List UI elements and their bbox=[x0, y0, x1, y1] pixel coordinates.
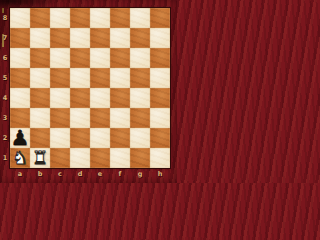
square-e4[interactable] bbox=[90, 88, 110, 108]
square-c5[interactable] bbox=[50, 68, 70, 88]
rank-label-3: 3 bbox=[0, 108, 10, 128]
square-g7[interactable] bbox=[130, 28, 150, 48]
square-b1[interactable]: ♜ bbox=[30, 148, 50, 168]
rank-label-8: 8 bbox=[0, 8, 10, 28]
rank-label-6: 6 bbox=[0, 48, 10, 68]
square-f4[interactable] bbox=[110, 88, 130, 108]
square-a8[interactable] bbox=[10, 8, 30, 28]
square-a4[interactable] bbox=[10, 88, 30, 108]
rank-label-1: 1 bbox=[0, 148, 10, 168]
square-c1[interactable] bbox=[50, 148, 70, 168]
square-b2[interactable] bbox=[30, 128, 50, 148]
file-label-g: g bbox=[130, 168, 150, 183]
square-e6[interactable] bbox=[90, 48, 110, 68]
square-d8[interactable] bbox=[70, 8, 90, 28]
board-frame: ♟♞♜ bbox=[10, 8, 170, 168]
square-c3[interactable] bbox=[50, 108, 70, 128]
chess-board: ♟♞♜ bbox=[10, 8, 170, 168]
square-h7[interactable] bbox=[150, 28, 170, 48]
square-h1[interactable] bbox=[150, 148, 170, 168]
file-label-h: h bbox=[150, 168, 170, 183]
square-g2[interactable] bbox=[130, 128, 150, 148]
square-a5[interactable] bbox=[10, 68, 30, 88]
square-a7[interactable] bbox=[10, 28, 30, 48]
rank-label-2: 2 bbox=[0, 128, 10, 148]
square-c2[interactable] bbox=[50, 128, 70, 148]
square-d4[interactable] bbox=[70, 88, 90, 108]
square-b4[interactable] bbox=[30, 88, 50, 108]
square-e1[interactable] bbox=[90, 148, 110, 168]
file-label-a: a bbox=[10, 168, 30, 183]
square-c7[interactable] bbox=[50, 28, 70, 48]
square-b5[interactable] bbox=[30, 68, 50, 88]
square-b8[interactable] bbox=[30, 8, 50, 28]
square-f5[interactable] bbox=[110, 68, 130, 88]
square-e3[interactable] bbox=[90, 108, 110, 128]
square-g4[interactable] bbox=[130, 88, 150, 108]
square-g8[interactable] bbox=[130, 8, 150, 28]
white-rook-piece[interactable]: ♜ bbox=[30, 148, 50, 168]
square-a3[interactable] bbox=[10, 108, 30, 128]
square-d3[interactable] bbox=[70, 108, 90, 128]
white-knight-piece[interactable]: ♞ bbox=[10, 148, 30, 168]
square-g3[interactable] bbox=[130, 108, 150, 128]
square-a1[interactable]: ♞ bbox=[10, 148, 30, 168]
square-b7[interactable] bbox=[30, 28, 50, 48]
rank-label-7: 7 bbox=[0, 28, 10, 48]
square-c4[interactable] bbox=[50, 88, 70, 108]
square-f6[interactable] bbox=[110, 48, 130, 68]
square-h4[interactable] bbox=[150, 88, 170, 108]
square-h3[interactable] bbox=[150, 108, 170, 128]
file-label-e: e bbox=[90, 168, 110, 183]
square-a2[interactable]: ♟ bbox=[10, 128, 30, 148]
square-f2[interactable] bbox=[110, 128, 130, 148]
square-a6[interactable] bbox=[10, 48, 30, 68]
square-f3[interactable] bbox=[110, 108, 130, 128]
square-h5[interactable] bbox=[150, 68, 170, 88]
square-d1[interactable] bbox=[70, 148, 90, 168]
file-labels: abcdefgh bbox=[10, 168, 170, 183]
square-b3[interactable] bbox=[30, 108, 50, 128]
file-label-b: b bbox=[30, 168, 50, 183]
square-e7[interactable] bbox=[90, 28, 110, 48]
rank-label-4: 4 bbox=[0, 88, 10, 108]
square-d5[interactable] bbox=[70, 68, 90, 88]
file-label-f: f bbox=[110, 168, 130, 183]
square-e2[interactable] bbox=[90, 128, 110, 148]
square-c8[interactable] bbox=[50, 8, 70, 28]
square-h6[interactable] bbox=[150, 48, 170, 68]
square-g1[interactable] bbox=[130, 148, 150, 168]
chess-app-window: { "game": "chess", "position": { "fen": … bbox=[0, 0, 177, 183]
square-g5[interactable] bbox=[130, 68, 150, 88]
square-f1[interactable] bbox=[110, 148, 130, 168]
rank-label-5: 5 bbox=[0, 68, 10, 88]
rank-labels: 87654321 bbox=[0, 8, 10, 168]
square-h2[interactable] bbox=[150, 128, 170, 148]
file-label-d: d bbox=[70, 168, 90, 183]
black-pawn-piece[interactable]: ♟ bbox=[10, 128, 30, 148]
square-g6[interactable] bbox=[130, 48, 150, 68]
square-f8[interactable] bbox=[110, 8, 130, 28]
square-f7[interactable] bbox=[110, 28, 130, 48]
square-c6[interactable] bbox=[50, 48, 70, 68]
square-e5[interactable] bbox=[90, 68, 110, 88]
square-d7[interactable] bbox=[70, 28, 90, 48]
square-b6[interactable] bbox=[30, 48, 50, 68]
square-h8[interactable] bbox=[150, 8, 170, 28]
file-label-c: c bbox=[50, 168, 70, 183]
square-e8[interactable] bbox=[90, 8, 110, 28]
square-d6[interactable] bbox=[70, 48, 90, 68]
square-d2[interactable] bbox=[70, 128, 90, 148]
